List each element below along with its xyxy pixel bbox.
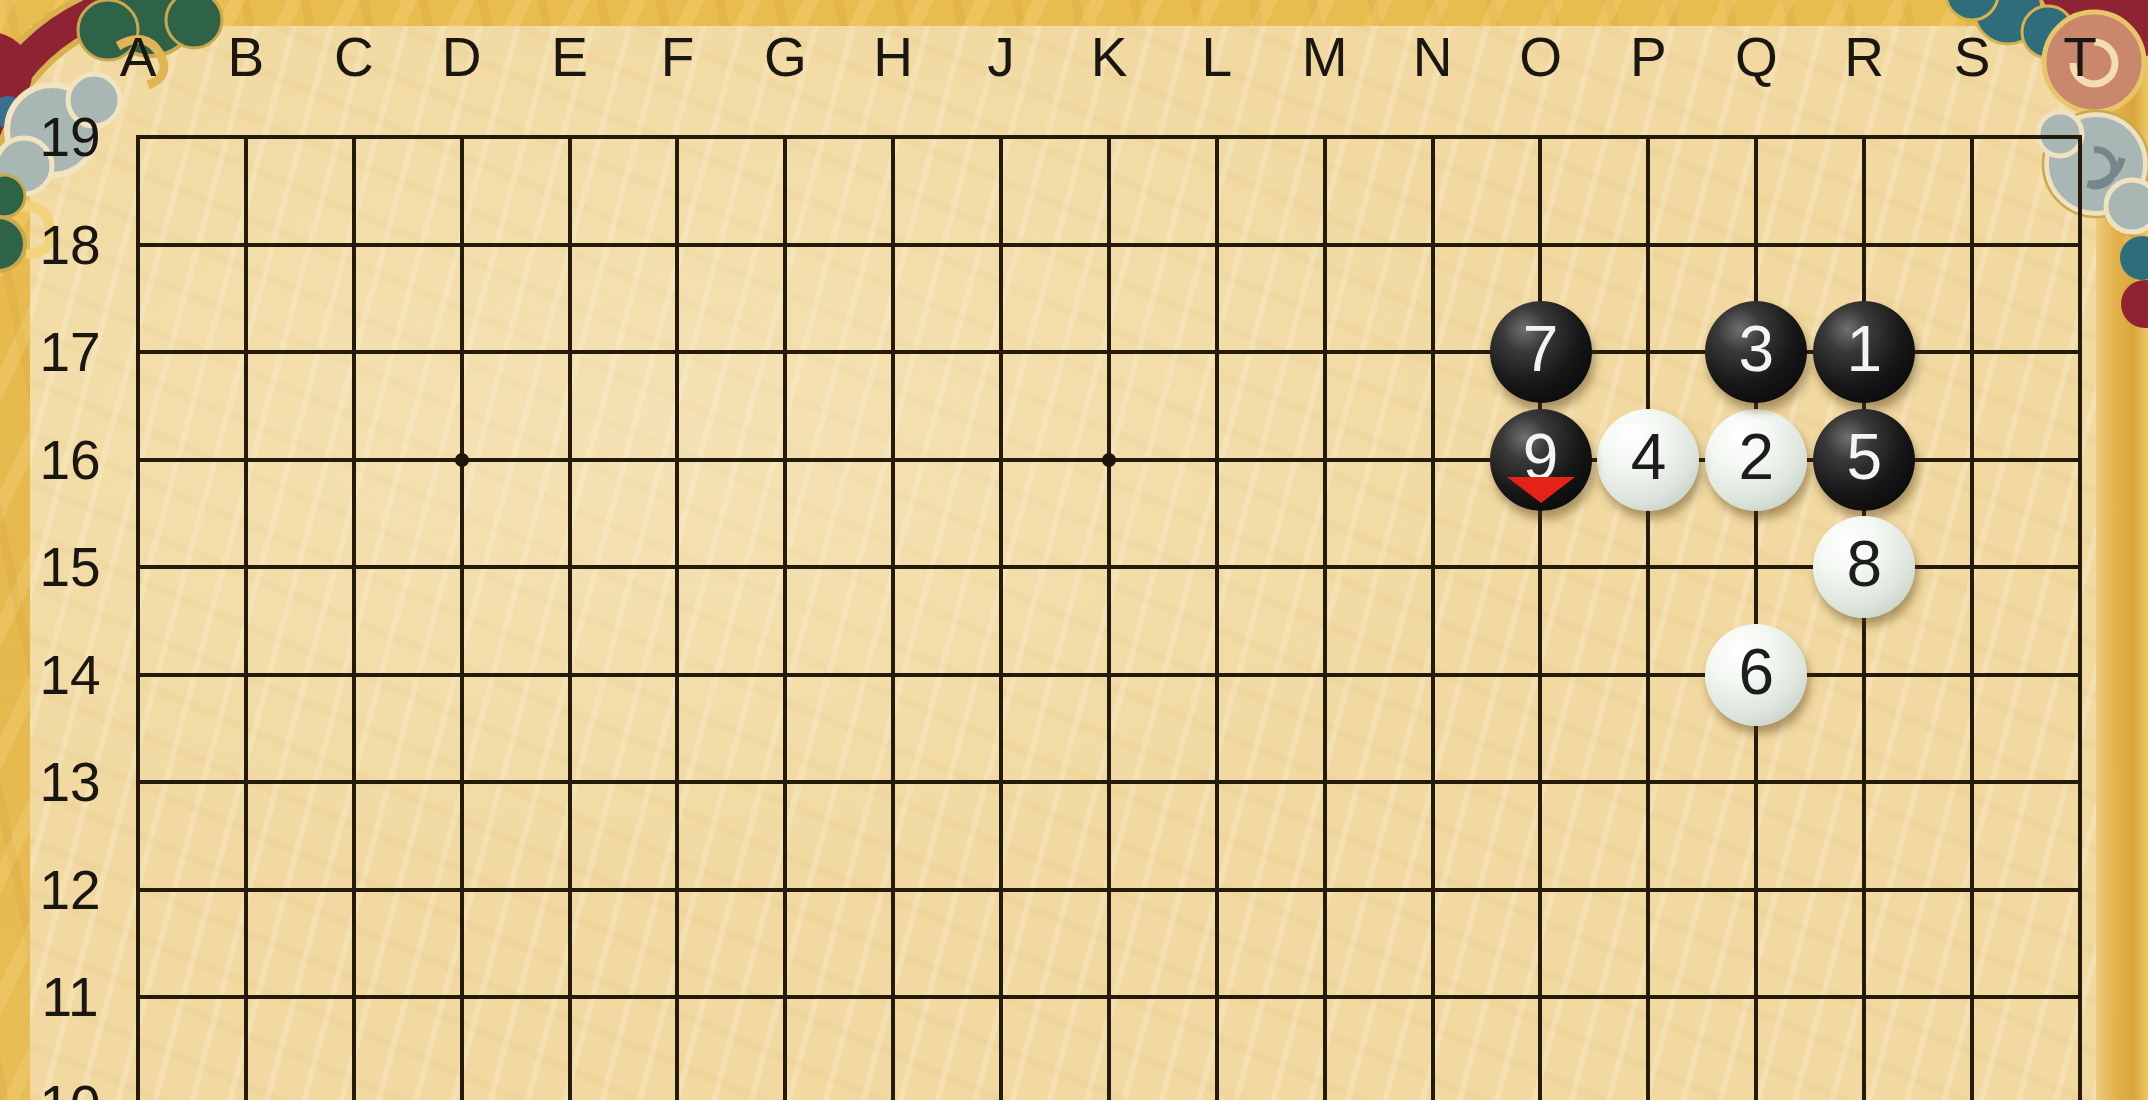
intersection-cell[interactable] [999,673,1107,781]
intersection-cell[interactable] [244,565,352,673]
intersection-cell[interactable] [460,135,568,243]
col-label-d: D [408,24,516,90]
stone-number: 3 [1739,317,1775,381]
intersection-cell[interactable] [1646,135,1754,243]
intersection-cell[interactable] [352,673,460,781]
frame-right-band [2096,0,2148,1100]
col-label-s: S [1918,24,2026,90]
intersection-cell[interactable] [1970,350,2078,458]
stone-black-9-o16[interactable]: 9 [1490,409,1592,511]
intersection-cell[interactable] [675,458,783,566]
stone-number: 2 [1739,425,1775,489]
intersection-cell[interactable] [244,888,352,996]
intersection-cell[interactable] [1323,673,1431,781]
intersection-cell[interactable] [1970,243,2078,351]
intersection-cell[interactable] [999,888,1107,996]
intersection-cell[interactable] [244,350,352,458]
stone-white-8-r15[interactable]: 8 [1813,516,1915,618]
intersection-cell[interactable] [999,350,1107,458]
intersection-cell[interactable] [1646,995,1754,1100]
intersection-cell[interactable] [244,995,352,1100]
intersection-cell[interactable] [1970,995,2078,1100]
intersection-cell[interactable] [136,780,244,888]
intersection-cell[interactable] [1107,780,1215,888]
intersection-cell[interactable] [460,565,568,673]
intersection-cell[interactable] [1754,888,1862,996]
intersection-cell[interactable] [244,243,352,351]
intersection-cell[interactable] [568,888,676,996]
col-label-c: C [300,24,408,90]
star-point-d16 [455,453,469,467]
col-label-b: B [192,24,300,90]
intersection-cell[interactable] [568,673,676,781]
intersection-cell[interactable] [1431,995,1539,1100]
intersection-cell[interactable] [352,135,460,243]
intersection-cell[interactable] [568,995,676,1100]
intersection-cell[interactable] [1538,673,1646,781]
col-label-t: T [2026,24,2134,90]
row-label-18: 18 [22,212,118,278]
last-move-marker [1507,477,1575,503]
intersection-cell[interactable] [1538,780,1646,888]
intersection-cell[interactable] [891,135,999,243]
stone-black-1-r17[interactable]: 1 [1813,301,1915,403]
intersection-cell[interactable] [1862,780,1970,888]
intersection-cell[interactable] [891,995,999,1100]
intersection-cell[interactable] [675,888,783,996]
row-label-16: 16 [22,427,118,493]
intersection-cell[interactable] [1323,243,1431,351]
intersection-cell[interactable] [460,780,568,888]
intersection-cell[interactable] [1862,995,1970,1100]
col-label-l: L [1163,24,1271,90]
col-label-m: M [1271,24,1379,90]
stone-white-2-q16[interactable]: 2 [1705,409,1807,511]
col-label-e: E [516,24,624,90]
go-board-screen: ABCDEFGHJKLMNOPQRST19181716151413121110 … [0,0,2148,1100]
intersection-cell[interactable] [568,565,676,673]
intersection-cell[interactable] [1646,888,1754,996]
stone-black-5-r16[interactable]: 5 [1813,409,1915,511]
intersection-cell[interactable] [1431,673,1539,781]
row-label-14: 14 [22,642,118,708]
intersection-cell[interactable] [675,673,783,781]
intersection-cell[interactable] [1538,995,1646,1100]
stone-white-4-p16[interactable]: 4 [1597,409,1699,511]
intersection-cell[interactable] [244,780,352,888]
intersection-cell[interactable] [1323,565,1431,673]
intersection-cell[interactable] [783,565,891,673]
intersection-cell[interactable] [244,458,352,566]
intersection-cell[interactable] [1107,350,1215,458]
row-label-12: 12 [22,857,118,923]
intersection-cell[interactable] [1323,458,1431,566]
intersection-cell[interactable] [1970,458,2078,566]
intersection-cell[interactable] [1538,565,1646,673]
intersection-cell[interactable] [783,243,891,351]
intersection-cell[interactable] [1646,780,1754,888]
intersection-cell[interactable] [1431,780,1539,888]
stone-white-6-q14[interactable]: 6 [1705,624,1807,726]
intersection-cell[interactable] [568,135,676,243]
col-label-j: J [947,24,1055,90]
board-grid[interactable] [136,135,2082,1100]
col-label-f: F [623,24,731,90]
intersection-cell[interactable] [783,135,891,243]
intersection-cell[interactable] [1323,888,1431,996]
intersection-cell[interactable] [891,565,999,673]
intersection-cell[interactable] [999,565,1107,673]
intersection-cell[interactable] [891,888,999,996]
intersection-cell[interactable] [460,458,568,566]
intersection-cell[interactable] [1323,350,1431,458]
intersection-cell[interactable] [460,995,568,1100]
col-label-a: A [84,24,192,90]
intersection-cell[interactable] [1215,995,1323,1100]
intersection-cell[interactable] [675,565,783,673]
intersection-cell[interactable] [1970,135,2078,243]
intersection-cell[interactable] [1431,565,1539,673]
intersection-cell[interactable] [352,888,460,996]
intersection-cell[interactable] [783,350,891,458]
row-label-19: 19 [22,104,118,170]
intersection-cell[interactable] [1107,458,1215,566]
intersection-cell[interactable] [1323,995,1431,1100]
intersection-cell[interactable] [999,995,1107,1100]
col-label-p: P [1594,24,1702,90]
intersection-cell[interactable] [568,780,676,888]
intersection-cell[interactable] [568,350,676,458]
intersection-cell[interactable] [244,673,352,781]
star-point-k16 [1102,453,1116,467]
intersection-cell[interactable] [244,135,352,243]
intersection-cell[interactable] [460,243,568,351]
intersection-cell[interactable] [1107,243,1215,351]
intersection-cell[interactable] [352,565,460,673]
intersection-cell[interactable] [352,350,460,458]
intersection-cell[interactable] [675,780,783,888]
intersection-cell[interactable] [136,565,244,673]
intersection-cell[interactable] [136,458,244,566]
intersection-cell[interactable] [1215,243,1323,351]
intersection-cell[interactable] [891,350,999,458]
intersection-cell[interactable] [891,243,999,351]
intersection-cell[interactable] [568,243,676,351]
intersection-cell[interactable] [1970,780,2078,888]
col-label-g: G [731,24,839,90]
intersection-cell[interactable] [891,673,999,781]
intersection-cell[interactable] [460,350,568,458]
intersection-cell[interactable] [1215,673,1323,781]
intersection-cell[interactable] [1970,565,2078,673]
intersection-cell[interactable] [1862,673,1970,781]
col-label-n: N [1379,24,1487,90]
intersection-cell[interactable] [1215,135,1323,243]
intersection-cell[interactable] [1431,135,1539,243]
intersection-cell[interactable] [136,243,244,351]
intersection-cell[interactable] [891,458,999,566]
col-label-r: R [1810,24,1918,90]
intersection-cell[interactable] [460,888,568,996]
intersection-cell[interactable] [783,780,891,888]
intersection-cell[interactable] [136,888,244,996]
stone-number: 1 [1846,317,1882,381]
intersection-cell[interactable] [783,888,891,996]
intersection-cell[interactable] [1323,780,1431,888]
intersection-cell[interactable] [1754,995,1862,1100]
intersection-cell[interactable] [136,995,244,1100]
intersection-cell[interactable] [352,243,460,351]
intersection-cell[interactable] [675,243,783,351]
intersection-cell[interactable] [1754,780,1862,888]
intersection-cell[interactable] [999,780,1107,888]
intersection-cell[interactable] [1215,565,1323,673]
intersection-cell[interactable] [352,458,460,566]
intersection-cell[interactable] [1215,350,1323,458]
intersection-cell[interactable] [136,673,244,781]
intersection-cell[interactable] [1323,135,1431,243]
stone-number: 7 [1523,317,1559,381]
intersection-cell[interactable] [1862,888,1970,996]
intersection-cell[interactable] [675,350,783,458]
stone-number: 8 [1846,532,1882,596]
stone-number: 5 [1846,425,1882,489]
intersection-cell[interactable] [352,780,460,888]
intersection-cell[interactable] [136,135,244,243]
intersection-cell[interactable] [460,673,568,781]
intersection-cell[interactable] [568,458,676,566]
intersection-cell[interactable] [1107,565,1215,673]
intersection-cell[interactable] [1862,135,1970,243]
intersection-cell[interactable] [1970,673,2078,781]
intersection-cell[interactable] [1538,135,1646,243]
intersection-cell[interactable] [1431,888,1539,996]
intersection-cell[interactable] [136,350,244,458]
intersection-cell[interactable] [1215,458,1323,566]
intersection-cell[interactable] [1107,673,1215,781]
intersection-cell[interactable] [1754,135,1862,243]
stone-number: 4 [1631,425,1667,489]
row-label-13: 13 [22,749,118,815]
row-label-17: 17 [22,319,118,385]
row-label-10: 10 [22,1072,118,1100]
intersection-cell[interactable] [1107,135,1215,243]
intersection-cell[interactable] [1970,888,2078,996]
intersection-cell[interactable] [783,673,891,781]
intersection-cell[interactable] [1215,888,1323,996]
intersection-cell[interactable] [999,243,1107,351]
intersection-cell[interactable] [999,135,1107,243]
intersection-cell[interactable] [1215,780,1323,888]
intersection-cell[interactable] [675,135,783,243]
intersection-cell[interactable] [1538,888,1646,996]
col-label-k: K [1055,24,1163,90]
intersection-cell[interactable] [999,458,1107,566]
intersection-cell[interactable] [1107,888,1215,996]
stone-black-3-q17[interactable]: 3 [1705,301,1807,403]
intersection-cell[interactable] [675,995,783,1100]
intersection-cell[interactable] [352,995,460,1100]
stone-number: 6 [1739,640,1775,704]
col-label-h: H [839,24,947,90]
col-label-q: Q [1702,24,1810,90]
row-label-15: 15 [22,534,118,600]
stone-black-7-o17[interactable]: 7 [1490,301,1592,403]
intersection-cell[interactable] [1107,995,1215,1100]
intersection-cell[interactable] [783,458,891,566]
intersection-cell[interactable] [891,780,999,888]
col-label-o: O [1487,24,1595,90]
intersection-cell[interactable] [783,995,891,1100]
row-label-11: 11 [22,964,118,1030]
